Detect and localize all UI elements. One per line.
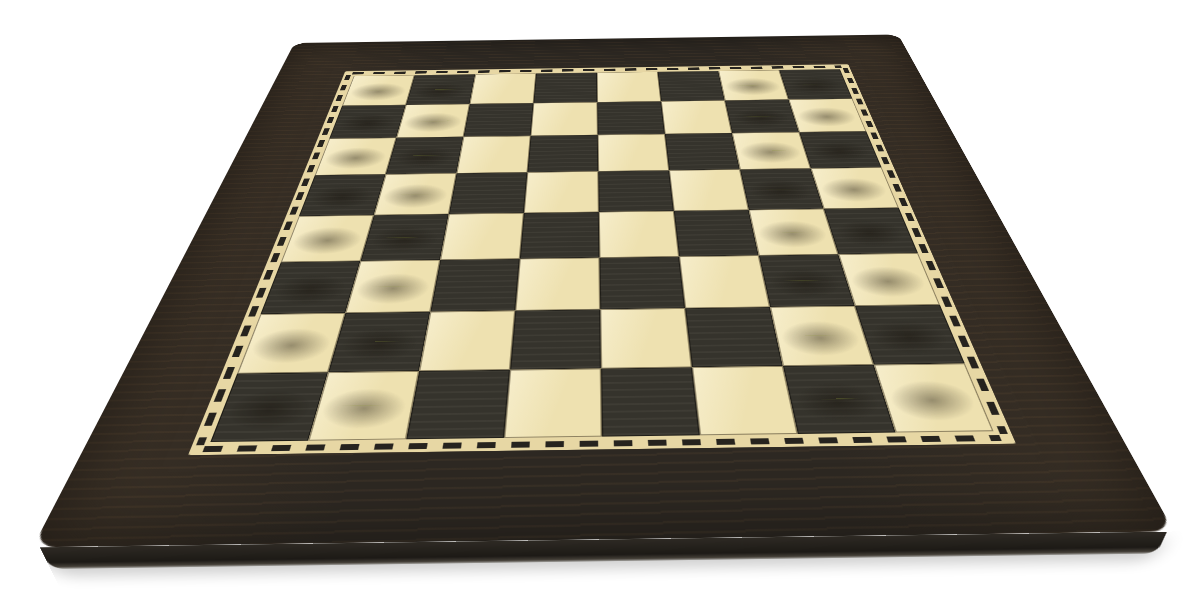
black-rook[interactable]: ♜ <box>857 242 1004 405</box>
square-h5[interactable] <box>601 367 700 436</box>
piece-stand: ♟ <box>319 404 413 405</box>
chessboard: ♜♟♟♜♞♟♟♞♝♟♟♝♛♟♟♛♚♟♟♚♝♟♟♝♞♟♟♞♜♟♟♜ <box>32 35 1174 548</box>
white-pawn[interactable]: ♟ <box>303 276 427 413</box>
square-a5[interactable] <box>597 72 661 102</box>
square-f5[interactable] <box>599 257 685 310</box>
square-e4[interactable] <box>520 212 600 259</box>
playing-grid: ♜♟♟♜♞♟♟♞♝♟♟♝♛♟♟♛♚♟♟♚♝♟♟♝♞♟♟♞♜♟♟♜ <box>210 69 993 442</box>
square-h2[interactable]: ♟ <box>308 371 419 441</box>
square-e5[interactable] <box>599 211 679 258</box>
square-h4[interactable] <box>504 369 602 438</box>
square-h8[interactable]: ♜ <box>874 363 994 432</box>
square-b5[interactable] <box>597 101 665 135</box>
square-d5[interactable] <box>598 170 674 212</box>
piece-stand: ♜ <box>884 396 978 397</box>
photo-stage: ♜♟♟♜♞♟♟♞♝♟♟♝♛♟♟♛♚♟♟♚♝♟♟♝♞♟♟♞♜♟♟♜ <box>0 0 1200 595</box>
